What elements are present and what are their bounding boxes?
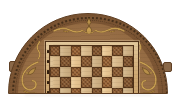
square-h7[interactable] — [123, 56, 133, 66]
square-h5[interactable] — [123, 77, 133, 87]
square-c8[interactable] — [71, 46, 81, 56]
square-b7[interactable] — [60, 56, 70, 66]
square-g7[interactable] — [112, 56, 122, 66]
board-squares — [50, 46, 133, 94]
square-e5[interactable] — [92, 77, 102, 87]
product-photo — [0, 0, 175, 105]
chess-case — [8, 13, 168, 94]
square-h8[interactable] — [123, 46, 133, 56]
square-d5[interactable] — [81, 77, 91, 87]
square-f6[interactable] — [102, 67, 112, 77]
square-a8[interactable] — [50, 46, 60, 56]
square-g5[interactable] — [112, 77, 122, 87]
gilded-scroll-ornament-left-icon — [15, 40, 45, 94]
square-f5[interactable] — [102, 77, 112, 87]
square-e6[interactable] — [92, 67, 102, 77]
square-g6[interactable] — [112, 67, 122, 77]
square-d8[interactable] — [81, 46, 91, 56]
square-c6[interactable] — [71, 67, 81, 77]
square-e8[interactable] — [92, 46, 102, 56]
gilded-scroll-ornament-top-icon — [51, 17, 127, 37]
square-f7[interactable] — [102, 56, 112, 66]
chess-board — [45, 41, 139, 94]
square-g8[interactable] — [112, 46, 122, 56]
square-e7[interactable] — [92, 56, 102, 66]
drop-shadow — [25, 94, 151, 96]
square-h6[interactable] — [123, 67, 133, 77]
square-b6[interactable] — [60, 67, 70, 77]
square-a5[interactable] — [50, 77, 60, 87]
square-c5[interactable] — [71, 77, 81, 87]
square-d7[interactable] — [81, 56, 91, 66]
square-d6[interactable] — [81, 67, 91, 77]
square-f8[interactable] — [102, 46, 112, 56]
square-c7[interactable] — [71, 56, 81, 66]
square-a6[interactable] — [50, 67, 60, 77]
square-b8[interactable] — [60, 46, 70, 56]
square-b5[interactable] — [60, 77, 70, 87]
square-a7[interactable] — [50, 56, 60, 66]
